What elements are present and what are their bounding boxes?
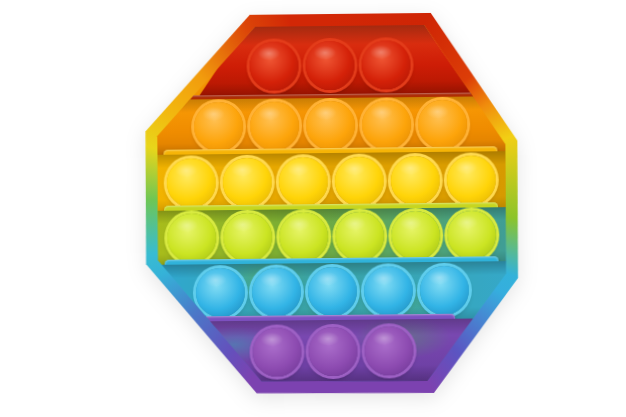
bubble-yellow-2[interactable] <box>222 157 272 207</box>
bubble-green-6[interactable] <box>447 210 497 260</box>
bubble-yellow-5[interactable] <box>390 155 440 205</box>
bubble-orange-1[interactable] <box>193 102 243 152</box>
bubble-orange-4[interactable] <box>361 100 411 150</box>
bubble-yellow-1[interactable] <box>166 158 216 208</box>
bubble-yellow-4[interactable] <box>334 156 384 206</box>
bubble-orange-3[interactable] <box>305 101 355 151</box>
bubble-green-3[interactable] <box>279 212 329 262</box>
bubble-red-1[interactable] <box>249 41 299 91</box>
bubble-purple-1[interactable] <box>252 327 302 377</box>
bubble-yellow-6[interactable] <box>446 155 496 205</box>
bubble-blue-3[interactable] <box>307 267 357 317</box>
photo-background <box>0 0 626 417</box>
bubble-purple-2[interactable] <box>308 326 358 376</box>
bubble-red-3[interactable] <box>361 40 411 90</box>
bubble-blue-1[interactable] <box>195 268 245 318</box>
bubble-blue-5[interactable] <box>419 266 469 316</box>
bubble-green-4[interactable] <box>335 211 385 261</box>
pop-it-toy <box>142 12 520 396</box>
bubble-row-blue <box>157 261 508 322</box>
bubble-yellow-3[interactable] <box>278 157 328 207</box>
bubble-green-1[interactable] <box>167 213 217 263</box>
bubble-green-5[interactable] <box>391 210 441 260</box>
bubble-orange-2[interactable] <box>249 101 299 151</box>
bubble-blue-4[interactable] <box>363 266 413 316</box>
bubble-green-2[interactable] <box>223 212 273 262</box>
bubble-red-2[interactable] <box>305 41 355 91</box>
bubble-blue-2[interactable] <box>251 267 301 317</box>
bubble-purple-3[interactable] <box>364 326 414 376</box>
bubble-orange-5[interactable] <box>417 100 467 150</box>
